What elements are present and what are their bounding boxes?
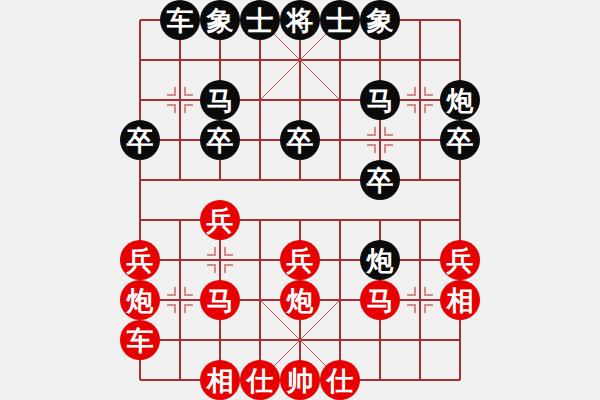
black-chariot[interactable]: 车 <box>160 0 200 40</box>
red-elephant[interactable]: 相 <box>200 360 240 400</box>
red-soldier[interactable]: 兵 <box>120 240 160 280</box>
black-cannon[interactable]: 炮 <box>440 80 480 120</box>
black-horse[interactable]: 马 <box>200 80 240 120</box>
red-elephant[interactable]: 相 <box>440 280 480 320</box>
black-advisor[interactable]: 士 <box>240 0 280 40</box>
black-soldier[interactable]: 卒 <box>120 120 160 160</box>
pieces-layer: 车象士将士象马马炮卒卒卒卒卒炮兵兵兵兵炮马炮马相车相仕帅仕 <box>120 0 480 400</box>
red-soldier[interactable]: 兵 <box>280 240 320 280</box>
red-horse[interactable]: 马 <box>200 280 240 320</box>
black-advisor[interactable]: 士 <box>320 0 360 40</box>
black-cannon[interactable]: 炮 <box>360 240 400 280</box>
red-horse[interactable]: 马 <box>360 280 400 320</box>
red-soldier[interactable]: 兵 <box>200 200 240 240</box>
red-advisor[interactable]: 仕 <box>240 360 280 400</box>
xiangqi-board-screen: 车象士将士象马马炮卒卒卒卒卒炮兵兵兵兵炮马炮马相车相仕帅仕 <box>0 0 600 400</box>
black-soldier[interactable]: 卒 <box>200 120 240 160</box>
red-cannon[interactable]: 炮 <box>280 280 320 320</box>
red-advisor[interactable]: 仕 <box>320 360 360 400</box>
black-soldier[interactable]: 卒 <box>280 120 320 160</box>
black-elephant[interactable]: 象 <box>200 0 240 40</box>
black-horse[interactable]: 马 <box>360 80 400 120</box>
red-chariot[interactable]: 车 <box>120 320 160 360</box>
black-elephant[interactable]: 象 <box>360 0 400 40</box>
red-general[interactable]: 帅 <box>280 360 320 400</box>
black-soldier[interactable]: 卒 <box>440 120 480 160</box>
red-cannon[interactable]: 炮 <box>120 280 160 320</box>
red-soldier[interactable]: 兵 <box>440 240 480 280</box>
black-general[interactable]: 将 <box>280 0 320 40</box>
black-soldier[interactable]: 卒 <box>360 160 400 200</box>
